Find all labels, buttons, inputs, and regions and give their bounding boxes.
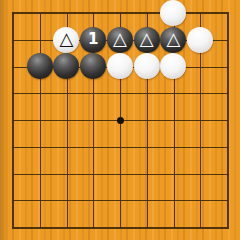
black-stone: △ [134,27,160,53]
intersection-r7c1[interactable] [0,160,26,187]
intersection-r1c8[interactable] [187,0,214,26]
black-stone [53,53,79,79]
intersection-r3c3[interactable] [53,53,80,80]
black-stone [80,53,106,79]
intersection-r4c1[interactable] [0,80,26,107]
intersection-r7c7[interactable] [160,160,187,187]
white-stone: △ [53,27,79,53]
intersection-r5c1[interactable] [0,107,26,134]
intersection-r8c3[interactable] [53,187,80,214]
white-stone [160,53,186,79]
intersection-r5c2[interactable] [26,107,53,134]
black-stone: △ [160,27,186,53]
intersection-r6c8[interactable] [187,133,214,160]
intersection-r2c5[interactable]: △ [107,26,134,53]
intersection-r5c3[interactable] [53,107,80,134]
triangle-mark: △ [60,30,74,48]
intersection-r4c9[interactable] [214,80,240,107]
intersection-r8c7[interactable] [160,187,187,214]
intersection-r3c6[interactable] [133,53,160,80]
intersection-r9c8[interactable] [187,214,214,240]
intersection-r7c2[interactable] [26,160,53,187]
white-stone [107,53,133,79]
board-intersections: △1△△△ [0,0,240,240]
intersection-r3c1[interactable] [0,53,26,80]
intersection-r5c4[interactable] [80,107,107,134]
intersection-r5c8[interactable] [187,107,214,134]
intersection-r2c3[interactable]: △ [53,26,80,53]
intersection-r4c5[interactable] [107,80,134,107]
intersection-r3c7[interactable] [160,53,187,80]
black-stone: 1 [80,27,106,53]
move-number-label: 1 [88,32,98,47]
intersection-r4c6[interactable] [133,80,160,107]
intersection-r9c2[interactable] [26,214,53,240]
intersection-r4c4[interactable] [80,80,107,107]
white-stone [134,53,160,79]
intersection-r9c5[interactable] [107,214,134,240]
intersection-r1c9[interactable] [214,0,240,26]
intersection-r6c7[interactable] [160,133,187,160]
intersection-r1c1[interactable] [0,0,26,26]
triangle-mark: △ [167,30,181,48]
intersection-r4c3[interactable] [53,80,80,107]
intersection-r5c7[interactable] [160,107,187,134]
intersection-r2c4[interactable]: 1 [80,26,107,53]
intersection-r4c2[interactable] [26,80,53,107]
intersection-r5c6[interactable] [133,107,160,134]
intersection-r1c2[interactable] [26,0,53,26]
intersection-r8c8[interactable] [187,187,214,214]
intersection-r7c5[interactable] [107,160,134,187]
intersection-r2c8[interactable] [187,26,214,53]
intersection-r7c3[interactable] [53,160,80,187]
triangle-mark: △ [113,30,127,48]
intersection-r1c3[interactable] [53,0,80,26]
triangle-mark: △ [140,30,154,48]
intersection-r8c4[interactable] [80,187,107,214]
intersection-r1c4[interactable] [80,0,107,26]
intersection-r9c1[interactable] [0,214,26,240]
intersection-r3c4[interactable] [80,53,107,80]
intersection-r6c1[interactable] [0,133,26,160]
intersection-r5c9[interactable] [214,107,240,134]
intersection-r7c6[interactable] [133,160,160,187]
intersection-r6c2[interactable] [26,133,53,160]
intersection-r2c7[interactable]: △ [160,26,187,53]
go-board: △1△△△ [0,0,240,240]
intersection-r2c9[interactable] [214,26,240,53]
intersection-r8c1[interactable] [0,187,26,214]
intersection-r7c8[interactable] [187,160,214,187]
intersection-r3c8[interactable] [187,53,214,80]
intersection-r9c3[interactable] [53,214,80,240]
intersection-r3c9[interactable] [214,53,240,80]
intersection-r9c7[interactable] [160,214,187,240]
black-stone [27,53,53,79]
intersection-r3c5[interactable] [107,53,134,80]
intersection-r5c5[interactable] [107,107,134,134]
intersection-r8c5[interactable] [107,187,134,214]
intersection-r2c6[interactable]: △ [133,26,160,53]
intersection-r8c9[interactable] [214,187,240,214]
intersection-r4c7[interactable] [160,80,187,107]
intersection-r9c6[interactable] [133,214,160,240]
intersection-r8c2[interactable] [26,187,53,214]
intersection-r3c2[interactable] [26,53,53,80]
intersection-r9c9[interactable] [214,214,240,240]
intersection-r6c5[interactable] [107,133,134,160]
intersection-r2c1[interactable] [0,26,26,53]
white-stone [160,0,186,26]
black-stone: △ [107,27,133,53]
intersection-r1c5[interactable] [107,0,134,26]
intersection-r6c4[interactable] [80,133,107,160]
intersection-r6c9[interactable] [214,133,240,160]
intersection-r4c8[interactable] [187,80,214,107]
intersection-r9c4[interactable] [80,214,107,240]
intersection-r8c6[interactable] [133,187,160,214]
intersection-r1c7[interactable] [160,0,187,26]
intersection-r2c2[interactable] [26,26,53,53]
intersection-r7c9[interactable] [214,160,240,187]
white-stone [187,27,213,53]
intersection-r6c3[interactable] [53,133,80,160]
intersection-r7c4[interactable] [80,160,107,187]
intersection-r6c6[interactable] [133,133,160,160]
intersection-r1c6[interactable] [133,0,160,26]
